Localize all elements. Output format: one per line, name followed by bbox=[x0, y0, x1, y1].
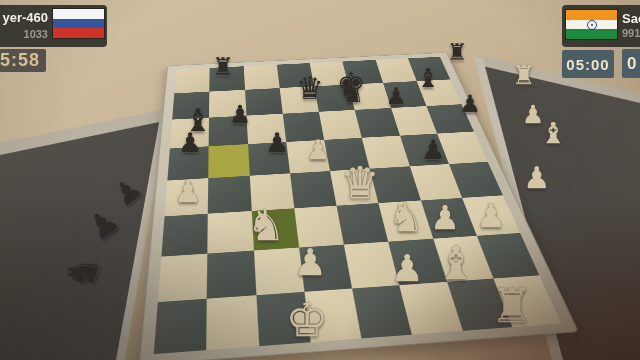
player-bar-left: yer-460 1033 bbox=[0, 5, 107, 47]
player-bar-right: Sac 991 bbox=[562, 5, 640, 47]
player-right-name: Sac bbox=[622, 11, 640, 26]
ashoka-chakra-icon bbox=[587, 20, 597, 30]
chess-game-screen: ♜♜♝♚♛♞♟♟♟♝♟♟♟♟♛♟♞♟♟♞♟♝♟♜♚♟♟♞♜♟♝♟ yer-460… bbox=[0, 0, 640, 360]
russia-flag-icon bbox=[53, 9, 104, 38]
player-right-rating: 991 bbox=[622, 27, 640, 39]
clock-right-main: 05:00 bbox=[562, 50, 614, 78]
clock-right-extra: 0 bbox=[622, 49, 640, 78]
clock-left: 5:58 bbox=[0, 49, 46, 72]
hud: yer-460 1033 5:58 Sac 991 05:00 0 bbox=[0, 0, 640, 360]
player-left-rating: 1033 bbox=[24, 28, 48, 40]
india-flag-icon bbox=[566, 10, 617, 39]
player-left-name: yer-460 bbox=[2, 10, 48, 25]
